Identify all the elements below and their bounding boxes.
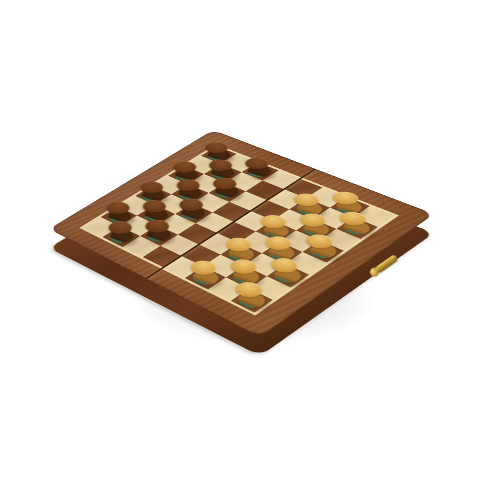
dark-piece-r3c7[interactable] xyxy=(142,226,175,244)
light-piece-r8c2[interactable] xyxy=(339,218,375,237)
dark-piece-r3c5[interactable] xyxy=(177,204,210,222)
light-piece-r8c6[interactable] xyxy=(270,265,307,285)
dark-piece-r3c1[interactable] xyxy=(243,163,276,179)
light-piece-r8c4[interactable] xyxy=(305,241,341,261)
light-piece-r8c8[interactable] xyxy=(233,290,270,311)
product-photo-stage xyxy=(0,0,480,480)
light-piece-r6c8[interactable] xyxy=(188,268,224,288)
dark-piece-r3c3[interactable] xyxy=(211,183,244,200)
dark-piece-r2c8[interactable] xyxy=(105,227,138,245)
